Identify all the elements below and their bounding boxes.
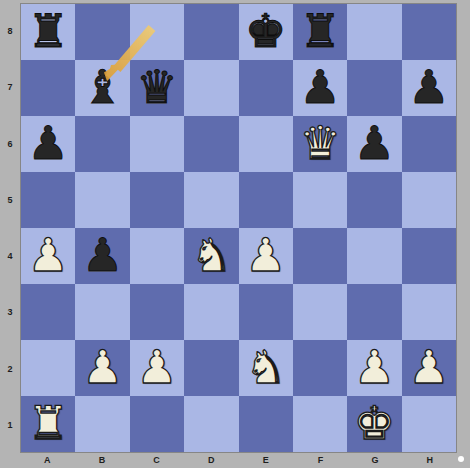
square-g3[interactable] — [347, 284, 401, 340]
square-b5[interactable] — [75, 172, 129, 228]
square-g8[interactable] — [347, 4, 401, 60]
square-e4[interactable]: ♟ — [239, 228, 293, 284]
square-d8[interactable] — [184, 4, 238, 60]
square-a7[interactable] — [21, 60, 75, 116]
square-d6[interactable] — [184, 116, 238, 172]
rank-label-5: 5 — [0, 172, 20, 228]
black-queen-icon[interactable]: ♛ — [136, 64, 177, 110]
file-label-b: B — [75, 452, 130, 468]
square-a5[interactable] — [21, 172, 75, 228]
square-b4[interactable]: ♟ — [75, 228, 129, 284]
file-label-a: A — [20, 452, 75, 468]
rank-label-6: 6 — [0, 116, 20, 172]
square-f3[interactable] — [293, 284, 347, 340]
black-pawn-icon[interactable]: ♟ — [28, 120, 69, 166]
square-d1[interactable] — [184, 396, 238, 452]
square-g2[interactable]: ♟ — [347, 340, 401, 396]
square-a6[interactable]: ♟ — [21, 116, 75, 172]
square-f7[interactable]: ♟ — [293, 60, 347, 116]
rank-label-1: 1 — [0, 397, 20, 453]
square-c6[interactable] — [130, 116, 184, 172]
square-c8[interactable] — [130, 4, 184, 60]
square-h8[interactable] — [402, 4, 456, 60]
square-d3[interactable] — [184, 284, 238, 340]
square-a3[interactable] — [21, 284, 75, 340]
white-pawn-icon[interactable]: ♟ — [82, 344, 123, 390]
black-rook-icon[interactable]: ♜ — [28, 8, 69, 54]
black-pawn-icon[interactable]: ♟ — [354, 120, 395, 166]
square-g6[interactable]: ♟ — [347, 116, 401, 172]
rank-label-8: 8 — [0, 3, 20, 59]
square-h6[interactable] — [402, 116, 456, 172]
black-rook-icon[interactable]: ♜ — [299, 8, 340, 54]
white-pawn-icon[interactable]: ♟ — [408, 344, 449, 390]
black-pawn-icon[interactable]: ♟ — [408, 64, 449, 110]
file-label-h: H — [402, 452, 457, 468]
square-b2[interactable]: ♟ — [75, 340, 129, 396]
square-g5[interactable] — [347, 172, 401, 228]
square-c5[interactable] — [130, 172, 184, 228]
square-f6[interactable]: ♛ — [293, 116, 347, 172]
rank-labels: 87654321 — [0, 3, 20, 453]
square-h4[interactable] — [402, 228, 456, 284]
square-e6[interactable] — [239, 116, 293, 172]
white-pawn-icon[interactable]: ♟ — [136, 344, 177, 390]
square-e8[interactable]: ♚ — [239, 4, 293, 60]
square-b8[interactable] — [75, 4, 129, 60]
rank-label-2: 2 — [0, 341, 20, 397]
square-d2[interactable] — [184, 340, 238, 396]
square-b3[interactable] — [75, 284, 129, 340]
square-c3[interactable] — [130, 284, 184, 340]
square-f1[interactable] — [293, 396, 347, 452]
file-label-f: F — [293, 452, 348, 468]
square-e7[interactable] — [239, 60, 293, 116]
square-f5[interactable] — [293, 172, 347, 228]
white-rook-icon[interactable]: ♜ — [28, 400, 69, 446]
square-h3[interactable] — [402, 284, 456, 340]
square-g7[interactable] — [347, 60, 401, 116]
white-knight-icon[interactable]: ♞ — [245, 344, 286, 390]
black-pawn-icon[interactable]: ♟ — [82, 232, 123, 278]
square-d4[interactable]: ♞ — [184, 228, 238, 284]
black-bishop-icon[interactable]: ♝ — [82, 64, 123, 110]
square-a8[interactable]: ♜ — [21, 4, 75, 60]
square-d5[interactable] — [184, 172, 238, 228]
file-labels: ABCDEFGH — [20, 452, 457, 468]
file-label-e: E — [239, 452, 294, 468]
white-king-icon[interactable]: ♚ — [354, 400, 395, 446]
square-b1[interactable] — [75, 396, 129, 452]
file-label-c: C — [129, 452, 184, 468]
square-d7[interactable] — [184, 60, 238, 116]
white-queen-icon[interactable]: ♛ — [299, 120, 340, 166]
square-g1[interactable]: ♚ — [347, 396, 401, 452]
rank-label-7: 7 — [0, 59, 20, 115]
square-f2[interactable] — [293, 340, 347, 396]
square-e5[interactable] — [239, 172, 293, 228]
black-king-icon[interactable]: ♚ — [245, 8, 286, 54]
square-c7[interactable]: ♛ — [130, 60, 184, 116]
square-a2[interactable] — [21, 340, 75, 396]
chess-board[interactable]: ♜♚♜♝♛♟♟♟♛♟♟♟♞♟♟♟♞♟♟♜♚ — [20, 3, 457, 453]
square-h5[interactable] — [402, 172, 456, 228]
white-knight-icon[interactable]: ♞ — [191, 232, 232, 278]
file-label-d: D — [184, 452, 239, 468]
square-h1[interactable] — [402, 396, 456, 452]
black-pawn-icon[interactable]: ♟ — [299, 64, 340, 110]
square-e1[interactable] — [239, 396, 293, 452]
square-b7[interactable]: ♝ — [75, 60, 129, 116]
white-pawn-icon[interactable]: ♟ — [28, 232, 69, 278]
square-e2[interactable]: ♞ — [239, 340, 293, 396]
square-f4[interactable] — [293, 228, 347, 284]
corner-dot — [458, 456, 464, 462]
square-a1[interactable]: ♜ — [21, 396, 75, 452]
rank-label-3: 3 — [0, 284, 20, 340]
square-h2[interactable]: ♟ — [402, 340, 456, 396]
white-pawn-icon[interactable]: ♟ — [245, 232, 286, 278]
square-h7[interactable]: ♟ — [402, 60, 456, 116]
square-e3[interactable] — [239, 284, 293, 340]
chess-app-window: ♜♚♜♝♛♟♟♟♛♟♟♟♞♟♟♟♞♟♟♜♚ 87654321 ABCDEFGH — [0, 0, 470, 468]
square-c1[interactable] — [130, 396, 184, 452]
square-f8[interactable]: ♜ — [293, 4, 347, 60]
file-label-g: G — [348, 452, 403, 468]
square-g4[interactable] — [347, 228, 401, 284]
white-pawn-icon[interactable]: ♟ — [354, 344, 395, 390]
square-b6[interactable] — [75, 116, 129, 172]
rank-label-4: 4 — [0, 228, 20, 284]
square-c2[interactable]: ♟ — [130, 340, 184, 396]
square-c4[interactable] — [130, 228, 184, 284]
square-a4[interactable]: ♟ — [21, 228, 75, 284]
